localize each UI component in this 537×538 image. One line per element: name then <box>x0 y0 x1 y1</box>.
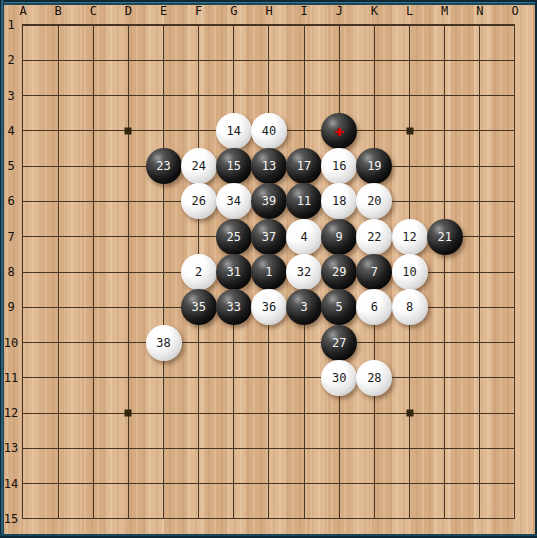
intersection-G13[interactable] <box>216 431 251 466</box>
col-label-C: C <box>82 4 104 18</box>
intersection-J15[interactable] <box>322 501 357 536</box>
intersection-H4[interactable]: 40 <box>251 113 286 148</box>
intersection-L12[interactable] <box>392 395 427 430</box>
intersection-J9[interactable]: 5 <box>322 290 357 325</box>
board-frame-bottom <box>0 534 537 538</box>
col-label-A: A <box>12 4 34 18</box>
intersection-M14[interactable] <box>427 466 462 501</box>
intersection-D13[interactable] <box>111 431 146 466</box>
intersection-L3[interactable] <box>392 78 427 113</box>
intersection-C6[interactable] <box>76 184 111 219</box>
intersection-C2[interactable] <box>76 43 111 78</box>
intersection-M9[interactable] <box>427 290 462 325</box>
intersection-I14[interactable] <box>287 466 322 501</box>
intersection-E10[interactable]: 38 <box>146 325 181 360</box>
col-label-O: O <box>504 4 526 18</box>
stone-H7: 37 <box>251 219 287 255</box>
intersection-M12[interactable] <box>427 395 462 430</box>
intersection-E13[interactable] <box>146 431 181 466</box>
intersection-O13[interactable] <box>497 431 532 466</box>
stone-K9: 6 <box>356 289 392 325</box>
row-label-15: 15 <box>1 512 21 526</box>
intersection-G7[interactable]: 25 <box>216 219 251 254</box>
stone-L9: 8 <box>392 289 428 325</box>
stone-J8: 29 <box>321 254 357 290</box>
intersection-N15[interactable] <box>462 501 497 536</box>
intersection-I11[interactable] <box>287 360 322 395</box>
stone-H8: 1 <box>251 254 287 290</box>
row-label-7: 7 <box>1 230 21 244</box>
intersection-J11[interactable]: 30 <box>322 360 357 395</box>
intersection-K3[interactable] <box>357 78 392 113</box>
stone-F6: 26 <box>181 183 217 219</box>
intersection-F2[interactable] <box>181 43 216 78</box>
intersection-I5[interactable]: 17 <box>287 149 322 184</box>
intersection-L10[interactable] <box>392 325 427 360</box>
intersection-D2[interactable] <box>111 43 146 78</box>
intersection-C4[interactable] <box>76 113 111 148</box>
intersection-C13[interactable] <box>76 431 111 466</box>
intersection-D7[interactable] <box>111 219 146 254</box>
intersection-N9[interactable] <box>462 290 497 325</box>
intersection-F7[interactable] <box>181 219 216 254</box>
intersection-K9[interactable]: 6 <box>357 290 392 325</box>
intersection-K15[interactable] <box>357 501 392 536</box>
intersection-F5[interactable]: 24 <box>181 149 216 184</box>
intersection-L2[interactable] <box>392 43 427 78</box>
intersection-F15[interactable] <box>181 501 216 536</box>
col-label-L: L <box>399 4 421 18</box>
intersection-C3[interactable] <box>76 78 111 113</box>
intersection-B10[interactable] <box>41 325 76 360</box>
intersection-J8[interactable]: 29 <box>322 254 357 289</box>
intersection-I8[interactable]: 32 <box>287 254 322 289</box>
intersection-O10[interactable] <box>497 325 532 360</box>
intersection-E4[interactable] <box>146 113 181 148</box>
intersection-N11[interactable] <box>462 360 497 395</box>
intersection-I3[interactable] <box>287 78 322 113</box>
intersection-J14[interactable] <box>322 466 357 501</box>
intersection-F13[interactable] <box>181 431 216 466</box>
stone-I6: 11 <box>286 183 322 219</box>
stone-I5: 17 <box>286 148 322 184</box>
intersection-J3[interactable] <box>322 78 357 113</box>
intersection-I15[interactable] <box>287 501 322 536</box>
stone-G4: 14 <box>216 113 252 149</box>
intersection-B8[interactable] <box>41 254 76 289</box>
intersection-I12[interactable] <box>287 395 322 430</box>
intersection-L8[interactable]: 10 <box>392 254 427 289</box>
intersection-E11[interactable] <box>146 360 181 395</box>
intersection-M4[interactable] <box>427 113 462 148</box>
stone-K6: 20 <box>356 183 392 219</box>
intersection-I10[interactable] <box>287 325 322 360</box>
intersection-C8[interactable] <box>76 254 111 289</box>
stone-J7: 9 <box>321 219 357 255</box>
stone-G9: 33 <box>216 289 252 325</box>
intersection-F3[interactable] <box>181 78 216 113</box>
intersection-L5[interactable] <box>392 149 427 184</box>
intersection-I13[interactable] <box>287 431 322 466</box>
stone-J10: 27 <box>321 325 357 361</box>
stone-G7: 25 <box>216 219 252 255</box>
stone-I7: 4 <box>286 219 322 255</box>
stone-J9: 5 <box>321 289 357 325</box>
intersection-H10[interactable] <box>251 325 286 360</box>
intersection-H5[interactable]: 13 <box>251 149 286 184</box>
intersection-H14[interactable] <box>251 466 286 501</box>
intersection-G2[interactable] <box>216 43 251 78</box>
intersection-O11[interactable] <box>497 360 532 395</box>
intersection-M11[interactable] <box>427 360 462 395</box>
intersection-B2[interactable] <box>41 43 76 78</box>
col-label-D: D <box>117 4 139 18</box>
col-label-K: K <box>363 4 385 18</box>
stone-H5: 13 <box>251 148 287 184</box>
intersection-M2[interactable] <box>427 43 462 78</box>
stone-E5: 23 <box>146 148 182 184</box>
intersection-K8[interactable]: 7 <box>357 254 392 289</box>
intersection-D12[interactable] <box>111 395 146 430</box>
intersection-D4[interactable] <box>111 113 146 148</box>
stone-K11: 28 <box>356 360 392 396</box>
intersection-J4[interactable]: ✚ <box>322 113 357 148</box>
intersection-O15[interactable] <box>497 501 532 536</box>
stone-J6: 18 <box>321 183 357 219</box>
intersection-F6[interactable]: 26 <box>181 184 216 219</box>
intersection-L14[interactable] <box>392 466 427 501</box>
stone-H4: 40 <box>251 113 287 149</box>
intersection-N7[interactable] <box>462 219 497 254</box>
intersection-G9[interactable]: 33 <box>216 290 251 325</box>
intersection-F9[interactable]: 35 <box>181 290 216 325</box>
row-label-12: 12 <box>1 406 21 420</box>
intersection-B12[interactable] <box>41 395 76 430</box>
last-move-red-cross-icon: ✚ <box>334 123 344 139</box>
gomoku-board: ABCDEFGHIJKLMNO123456789101112131415 144… <box>0 0 537 538</box>
intersection-C9[interactable] <box>76 290 111 325</box>
col-label-F: F <box>188 4 210 18</box>
stone-G6: 34 <box>216 183 252 219</box>
intersection-C7[interactable] <box>76 219 111 254</box>
intersection-K12[interactable] <box>357 395 392 430</box>
col-label-G: G <box>223 4 245 18</box>
intersection-E14[interactable] <box>146 466 181 501</box>
stone-F9: 35 <box>181 289 217 325</box>
intersection-N6[interactable] <box>462 184 497 219</box>
stone-F5: 24 <box>181 148 217 184</box>
stone-J5: 16 <box>321 148 357 184</box>
intersection-O14[interactable] <box>497 466 532 501</box>
col-label-H: H <box>258 4 280 18</box>
intersection-C11[interactable] <box>76 360 111 395</box>
row-label-1: 1 <box>1 18 21 32</box>
intersection-I9[interactable]: 3 <box>287 290 322 325</box>
intersection-D9[interactable] <box>111 290 146 325</box>
intersection-N10[interactable] <box>462 325 497 360</box>
intersection-M5[interactable] <box>427 149 462 184</box>
intersection-E15[interactable] <box>146 501 181 536</box>
intersection-D14[interactable] <box>111 466 146 501</box>
stone-M7: 21 <box>427 219 463 255</box>
intersection-M7[interactable]: 21 <box>427 219 462 254</box>
board-grid: 1440✚23241513171619263439111820253749221… <box>5 7 532 536</box>
intersection-J7[interactable]: 9 <box>322 219 357 254</box>
intersection-E9[interactable] <box>146 290 181 325</box>
intersection-J5[interactable]: 16 <box>322 149 357 184</box>
stone-G8: 31 <box>216 254 252 290</box>
intersection-H8[interactable]: 1 <box>251 254 286 289</box>
intersection-N4[interactable] <box>462 113 497 148</box>
intersection-N13[interactable] <box>462 431 497 466</box>
intersection-H6[interactable]: 39 <box>251 184 286 219</box>
intersection-K4[interactable] <box>357 113 392 148</box>
intersection-G3[interactable] <box>216 78 251 113</box>
intersection-I4[interactable] <box>287 113 322 148</box>
intersection-J12[interactable] <box>322 395 357 430</box>
board-frame-left <box>0 0 4 538</box>
col-label-M: M <box>434 4 456 18</box>
intersection-E5[interactable]: 23 <box>146 149 181 184</box>
intersection-E8[interactable] <box>146 254 181 289</box>
intersection-D6[interactable] <box>111 184 146 219</box>
row-label-9: 9 <box>1 300 21 314</box>
row-label-3: 3 <box>1 89 21 103</box>
intersection-O5[interactable] <box>497 149 532 184</box>
intersection-K13[interactable] <box>357 431 392 466</box>
intersection-D5[interactable] <box>111 149 146 184</box>
intersection-H9[interactable]: 36 <box>251 290 286 325</box>
intersection-D11[interactable] <box>111 360 146 395</box>
intersection-N2[interactable] <box>462 43 497 78</box>
intersection-O2[interactable] <box>497 43 532 78</box>
intersection-H13[interactable] <box>251 431 286 466</box>
intersection-M6[interactable] <box>427 184 462 219</box>
intersection-G4[interactable]: 14 <box>216 113 251 148</box>
col-label-J: J <box>328 4 350 18</box>
intersection-H2[interactable] <box>251 43 286 78</box>
intersection-M3[interactable] <box>427 78 462 113</box>
intersection-J6[interactable]: 18 <box>322 184 357 219</box>
col-label-E: E <box>153 4 175 18</box>
intersection-D8[interactable] <box>111 254 146 289</box>
intersection-K11[interactable]: 28 <box>357 360 392 395</box>
intersection-H3[interactable] <box>251 78 286 113</box>
intersection-O12[interactable] <box>497 395 532 430</box>
intersection-E12[interactable] <box>146 395 181 430</box>
intersection-C5[interactable] <box>76 149 111 184</box>
intersection-I7[interactable]: 4 <box>287 219 322 254</box>
intersection-M10[interactable] <box>427 325 462 360</box>
intersection-L4[interactable] <box>392 113 427 148</box>
intersection-B14[interactable] <box>41 466 76 501</box>
row-label-13: 13 <box>1 441 21 455</box>
intersection-F4[interactable] <box>181 113 216 148</box>
intersection-L13[interactable] <box>392 431 427 466</box>
intersection-G6[interactable]: 34 <box>216 184 251 219</box>
intersection-K14[interactable] <box>357 466 392 501</box>
intersection-O6[interactable] <box>497 184 532 219</box>
intersection-N12[interactable] <box>462 395 497 430</box>
intersection-I2[interactable] <box>287 43 322 78</box>
intersection-B11[interactable] <box>41 360 76 395</box>
intersection-G5[interactable]: 15 <box>216 149 251 184</box>
row-label-6: 6 <box>1 194 21 208</box>
intersection-K7[interactable]: 22 <box>357 219 392 254</box>
stone-K7: 22 <box>356 219 392 255</box>
intersection-H15[interactable] <box>251 501 286 536</box>
row-label-2: 2 <box>1 53 21 67</box>
stone-F8: 2 <box>181 254 217 290</box>
intersection-L6[interactable] <box>392 184 427 219</box>
intersection-N3[interactable] <box>462 78 497 113</box>
intersection-J13[interactable] <box>322 431 357 466</box>
intersection-O9[interactable] <box>497 290 532 325</box>
intersection-G15[interactable] <box>216 501 251 536</box>
stone-L8: 10 <box>392 254 428 290</box>
stone-K5: 19 <box>356 148 392 184</box>
intersection-O7[interactable] <box>497 219 532 254</box>
intersection-D10[interactable] <box>111 325 146 360</box>
stone-K8: 7 <box>356 254 392 290</box>
stone-J11: 30 <box>321 360 357 396</box>
stone-I9: 3 <box>286 289 322 325</box>
intersection-E6[interactable] <box>146 184 181 219</box>
row-label-5: 5 <box>1 159 21 173</box>
stone-H9: 36 <box>251 289 287 325</box>
intersection-L7[interactable]: 12 <box>392 219 427 254</box>
intersection-K2[interactable] <box>357 43 392 78</box>
intersection-D3[interactable] <box>111 78 146 113</box>
intersection-M8[interactable] <box>427 254 462 289</box>
intersection-G11[interactable] <box>216 360 251 395</box>
last-move-stone-J4: ✚ <box>321 113 357 149</box>
row-label-8: 8 <box>1 265 21 279</box>
intersection-B9[interactable] <box>41 290 76 325</box>
intersection-K5[interactable]: 19 <box>357 149 392 184</box>
intersection-B3[interactable] <box>41 78 76 113</box>
stone-L7: 12 <box>392 219 428 255</box>
intersection-C14[interactable] <box>76 466 111 501</box>
row-label-4: 4 <box>1 124 21 138</box>
intersection-O8[interactable] <box>497 254 532 289</box>
row-label-14: 14 <box>1 477 21 491</box>
intersection-K10[interactable] <box>357 325 392 360</box>
intersection-M15[interactable] <box>427 501 462 536</box>
intersection-B5[interactable] <box>41 149 76 184</box>
stone-H6: 39 <box>251 183 287 219</box>
intersection-G14[interactable] <box>216 466 251 501</box>
intersection-I6[interactable]: 11 <box>287 184 322 219</box>
intersection-E2[interactable] <box>146 43 181 78</box>
intersection-N14[interactable] <box>462 466 497 501</box>
intersection-B13[interactable] <box>41 431 76 466</box>
intersection-H12[interactable] <box>251 395 286 430</box>
board-frame-top <box>0 0 537 5</box>
intersection-C12[interactable] <box>76 395 111 430</box>
intersection-H11[interactable] <box>251 360 286 395</box>
intersection-M13[interactable] <box>427 431 462 466</box>
intersection-F12[interactable] <box>181 395 216 430</box>
intersection-L11[interactable] <box>392 360 427 395</box>
intersection-B15[interactable] <box>41 501 76 536</box>
col-label-I: I <box>293 4 315 18</box>
intersection-J2[interactable] <box>322 43 357 78</box>
stone-I8: 32 <box>286 254 322 290</box>
stone-E10: 38 <box>146 325 182 361</box>
intersection-G10[interactable] <box>216 325 251 360</box>
intersection-B6[interactable] <box>41 184 76 219</box>
stone-G5: 15 <box>216 148 252 184</box>
row-label-11: 11 <box>1 371 21 385</box>
intersection-J10[interactable]: 27 <box>322 325 357 360</box>
intersection-O4[interactable] <box>497 113 532 148</box>
intersection-F8[interactable]: 2 <box>181 254 216 289</box>
intersection-B4[interactable] <box>41 113 76 148</box>
intersection-E7[interactable] <box>146 219 181 254</box>
intersection-E3[interactable] <box>146 78 181 113</box>
intersection-K6[interactable]: 20 <box>357 184 392 219</box>
intersection-L9[interactable]: 8 <box>392 290 427 325</box>
intersection-O3[interactable] <box>497 78 532 113</box>
intersection-C15[interactable] <box>76 501 111 536</box>
intersection-G8[interactable]: 31 <box>216 254 251 289</box>
intersection-N8[interactable] <box>462 254 497 289</box>
intersection-H7[interactable]: 37 <box>251 219 286 254</box>
intersection-C10[interactable] <box>76 325 111 360</box>
intersection-F10[interactable] <box>181 325 216 360</box>
row-label-10: 10 <box>1 336 21 350</box>
intersection-F14[interactable] <box>181 466 216 501</box>
intersection-F11[interactable] <box>181 360 216 395</box>
intersection-B7[interactable] <box>41 219 76 254</box>
col-label-N: N <box>469 4 491 18</box>
col-label-B: B <box>47 4 69 18</box>
intersection-L15[interactable] <box>392 501 427 536</box>
intersection-N5[interactable] <box>462 149 497 184</box>
intersection-D15[interactable] <box>111 501 146 536</box>
intersection-G12[interactable] <box>216 395 251 430</box>
